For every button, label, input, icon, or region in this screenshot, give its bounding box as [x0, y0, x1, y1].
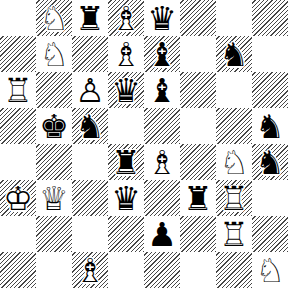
piece-black-knight[interactable]: ♞♞ [216, 36, 252, 72]
square-a4[interactable] [0, 144, 36, 180]
square-h2[interactable] [252, 216, 288, 252]
piece-black-pawn[interactable]: ♟♟ [144, 216, 180, 252]
square-b2[interactable] [36, 216, 72, 252]
square-e5[interactable] [144, 108, 180, 144]
square-h8[interactable] [252, 0, 288, 36]
piece-white-pawn[interactable]: ♟♙ [72, 72, 108, 108]
square-a5[interactable] [0, 108, 36, 144]
piece-glyph: ♛ [108, 180, 144, 216]
square-e2[interactable]: ♟♟ [144, 216, 180, 252]
piece-white-rook[interactable]: ♜♖ [0, 72, 36, 108]
piece-white-knight[interactable]: ♞♘ [36, 0, 72, 36]
square-a1[interactable] [0, 252, 36, 288]
piece-glyph: ♟ [144, 216, 180, 252]
square-f5[interactable] [180, 108, 216, 144]
square-g4[interactable]: ♞♘ [216, 144, 252, 180]
square-a3[interactable]: ♚♔ [0, 180, 36, 216]
piece-glyph: ♝ [144, 72, 180, 108]
square-e7[interactable]: ♝♝ [144, 36, 180, 72]
piece-white-queen[interactable]: ♛♕ [36, 180, 72, 216]
square-b6[interactable] [36, 72, 72, 108]
square-h3[interactable] [252, 180, 288, 216]
piece-glyph: ♘ [36, 36, 72, 72]
piece-white-knight[interactable]: ♞♘ [252, 252, 288, 288]
square-f1[interactable] [180, 252, 216, 288]
square-d1[interactable] [108, 252, 144, 288]
piece-black-rook[interactable]: ♜♜ [108, 144, 144, 180]
square-f3[interactable]: ♜♜ [180, 180, 216, 216]
piece-white-rook[interactable]: ♜♖ [216, 216, 252, 252]
square-d5[interactable] [108, 108, 144, 144]
piece-glyph: ♖ [0, 72, 36, 108]
square-e3[interactable] [144, 180, 180, 216]
square-d3[interactable]: ♛♛ [108, 180, 144, 216]
square-d7[interactable]: ♝♗ [108, 36, 144, 72]
piece-black-rook[interactable]: ♜♜ [180, 180, 216, 216]
square-h4[interactable]: ♞♞ [252, 144, 288, 180]
piece-white-knight[interactable]: ♞♘ [36, 36, 72, 72]
piece-glyph: ♞ [252, 144, 288, 180]
piece-black-king[interactable]: ♚♚ [36, 108, 72, 144]
square-a7[interactable] [0, 36, 36, 72]
square-h7[interactable] [252, 36, 288, 72]
square-f7[interactable] [180, 36, 216, 72]
piece-white-knight[interactable]: ♞♘ [216, 144, 252, 180]
square-c4[interactable] [72, 144, 108, 180]
piece-glyph: ♖ [216, 180, 252, 216]
square-d4[interactable]: ♜♜ [108, 144, 144, 180]
piece-glyph: ♘ [36, 0, 72, 36]
square-d2[interactable] [108, 216, 144, 252]
square-g7[interactable]: ♞♞ [216, 36, 252, 72]
square-d6[interactable]: ♛♛ [108, 72, 144, 108]
square-h6[interactable] [252, 72, 288, 108]
square-g5[interactable] [216, 108, 252, 144]
square-c5[interactable]: ♞♞ [72, 108, 108, 144]
square-g8[interactable] [216, 0, 252, 36]
piece-glyph: ♚ [36, 108, 72, 144]
square-f8[interactable] [180, 0, 216, 36]
square-g2[interactable]: ♜♖ [216, 216, 252, 252]
piece-glyph: ♞ [252, 108, 288, 144]
chess-board: ♞♘♜♜♝♗♛♛♞♘♝♗♝♝♞♞♜♖♟♙♛♛♝♝♚♚♞♞♞♞♜♜♝♗♞♘♞♞♚♔… [0, 0, 288, 288]
square-a2[interactable] [0, 216, 36, 252]
square-c1[interactable]: ♝♗ [72, 252, 108, 288]
piece-white-bishop[interactable]: ♝♗ [108, 36, 144, 72]
piece-black-bishop[interactable]: ♝♝ [144, 72, 180, 108]
piece-glyph: ♗ [108, 0, 144, 36]
piece-black-queen[interactable]: ♛♛ [144, 0, 180, 36]
piece-glyph: ♞ [216, 36, 252, 72]
piece-black-queen[interactable]: ♛♛ [108, 72, 144, 108]
piece-white-king[interactable]: ♚♔ [0, 180, 36, 216]
square-c2[interactable] [72, 216, 108, 252]
square-e6[interactable]: ♝♝ [144, 72, 180, 108]
square-g1[interactable] [216, 252, 252, 288]
piece-glyph: ♕ [36, 180, 72, 216]
piece-glyph: ♘ [216, 144, 252, 180]
piece-white-bishop[interactable]: ♝♗ [108, 0, 144, 36]
square-c8[interactable]: ♜♜ [72, 0, 108, 36]
piece-glyph: ♗ [72, 252, 108, 288]
piece-glyph: ♙ [72, 72, 108, 108]
piece-glyph: ♘ [252, 252, 288, 288]
square-f6[interactable] [180, 72, 216, 108]
square-c7[interactable] [72, 36, 108, 72]
piece-glyph: ♞ [72, 108, 108, 144]
square-b7[interactable]: ♞♘ [36, 36, 72, 72]
square-c6[interactable]: ♟♙ [72, 72, 108, 108]
square-f4[interactable] [180, 144, 216, 180]
piece-glyph: ♖ [216, 216, 252, 252]
square-b4[interactable] [36, 144, 72, 180]
piece-black-knight[interactable]: ♞♞ [252, 144, 288, 180]
square-h5[interactable]: ♞♞ [252, 108, 288, 144]
square-b1[interactable] [36, 252, 72, 288]
square-e4[interactable]: ♝♗ [144, 144, 180, 180]
square-f2[interactable] [180, 216, 216, 252]
piece-glyph: ♜ [72, 0, 108, 36]
square-g6[interactable] [216, 72, 252, 108]
piece-black-knight[interactable]: ♞♞ [72, 108, 108, 144]
square-a6[interactable]: ♜♖ [0, 72, 36, 108]
square-b8[interactable]: ♞♘ [36, 0, 72, 36]
square-e1[interactable] [144, 252, 180, 288]
piece-glyph: ♜ [180, 180, 216, 216]
square-d8[interactable]: ♝♗ [108, 0, 144, 36]
piece-glyph: ♔ [0, 180, 36, 216]
square-e8[interactable]: ♛♛ [144, 0, 180, 36]
piece-white-bishop[interactable]: ♝♗ [72, 252, 108, 288]
square-a8[interactable] [0, 0, 36, 36]
square-h1[interactable]: ♞♘ [252, 252, 288, 288]
square-c3[interactable] [72, 180, 108, 216]
square-g3[interactable]: ♜♖ [216, 180, 252, 216]
piece-glyph: ♗ [108, 36, 144, 72]
piece-glyph: ♛ [144, 0, 180, 36]
piece-black-rook[interactable]: ♜♜ [72, 0, 108, 36]
piece-glyph: ♗ [144, 144, 180, 180]
piece-black-bishop[interactable]: ♝♝ [144, 36, 180, 72]
piece-glyph: ♝ [144, 36, 180, 72]
piece-white-rook[interactable]: ♜♖ [216, 180, 252, 216]
piece-black-queen[interactable]: ♛♛ [108, 180, 144, 216]
square-b5[interactable]: ♚♚ [36, 108, 72, 144]
piece-glyph: ♜ [108, 144, 144, 180]
piece-white-bishop[interactable]: ♝♗ [144, 144, 180, 180]
square-b3[interactable]: ♛♕ [36, 180, 72, 216]
piece-glyph: ♛ [108, 72, 144, 108]
piece-black-knight[interactable]: ♞♞ [252, 108, 288, 144]
